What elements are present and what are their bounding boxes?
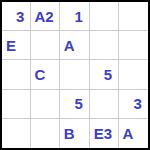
cell-letter xyxy=(90,2,104,30)
cell-letter xyxy=(60,90,74,118)
cell-number xyxy=(16,31,30,59)
cell-letter: B xyxy=(60,119,74,148)
cell-letter xyxy=(90,60,104,88)
cell-number xyxy=(104,2,118,30)
cell-number xyxy=(104,90,118,118)
cell-letter: E xyxy=(2,31,16,59)
cell-number: 5 xyxy=(104,60,118,88)
cell-letter: A xyxy=(31,2,45,30)
cell-number xyxy=(133,31,148,59)
cell-number xyxy=(16,119,30,148)
cell-letter xyxy=(119,2,134,30)
cell-r5c3[interactable]: B xyxy=(60,119,89,148)
cell-r3c2[interactable]: C xyxy=(31,60,60,89)
cell-r5c4[interactable]: E3 xyxy=(90,119,119,148)
cell-number xyxy=(45,31,59,59)
cell-r1c5[interactable] xyxy=(119,2,148,31)
cell-r4c1[interactable] xyxy=(2,90,31,119)
cell-letter: A xyxy=(119,119,134,148)
cell-r4c5[interactable]: 3 xyxy=(119,90,148,119)
cell-r4c3[interactable]: 5 xyxy=(60,90,89,119)
cell-number xyxy=(16,60,30,88)
cell-number xyxy=(74,31,88,59)
cell-number xyxy=(74,119,88,148)
cell-number: 1 xyxy=(74,2,88,30)
cell-letter xyxy=(119,90,134,118)
cell-letter xyxy=(119,60,134,88)
cell-letter: E xyxy=(90,119,104,148)
cell-r3c4[interactable]: 5 xyxy=(90,60,119,89)
cell-r2c2[interactable] xyxy=(31,31,60,60)
cell-number xyxy=(45,90,59,118)
cell-r4c4[interactable] xyxy=(90,90,119,119)
cell-r3c5[interactable] xyxy=(119,60,148,89)
cell-letter xyxy=(31,119,45,148)
cell-r4c2[interactable] xyxy=(31,90,60,119)
cell-number xyxy=(133,2,148,30)
cell-number: 3 xyxy=(104,119,118,148)
cell-letter xyxy=(2,90,16,118)
cell-r3c3[interactable] xyxy=(60,60,89,89)
cell-letter xyxy=(2,119,16,148)
cell-r5c2[interactable] xyxy=(31,119,60,148)
cell-r2c4[interactable] xyxy=(90,31,119,60)
cell-number: 3 xyxy=(16,2,30,30)
cell-r3c1[interactable] xyxy=(2,60,31,89)
cell-r2c1[interactable]: E xyxy=(2,31,31,60)
cell-number: 3 xyxy=(133,90,148,118)
cell-letter xyxy=(31,31,45,59)
cell-r5c1[interactable] xyxy=(2,119,31,148)
cell-number xyxy=(45,60,59,88)
cell-r1c3[interactable]: 1 xyxy=(60,2,89,31)
cell-letter xyxy=(60,2,74,30)
cell-number xyxy=(74,60,88,88)
eulero-board: 3A21EAC553BE3A xyxy=(0,0,150,150)
cell-letter xyxy=(90,90,104,118)
cell-number xyxy=(133,60,148,88)
cell-number: 2 xyxy=(45,2,59,30)
cell-number: 5 xyxy=(74,90,88,118)
cell-letter: A xyxy=(60,31,74,59)
cell-r1c4[interactable] xyxy=(90,2,119,31)
cell-r2c3[interactable]: A xyxy=(60,31,89,60)
cell-number xyxy=(45,119,59,148)
cell-letter xyxy=(2,60,16,88)
cell-r1c1[interactable]: 3 xyxy=(2,2,31,31)
cell-letter: C xyxy=(31,60,45,88)
cell-letter xyxy=(119,31,134,59)
cell-letter xyxy=(2,2,16,30)
cell-r1c2[interactable]: A2 xyxy=(31,2,60,31)
cell-r5c5[interactable]: A xyxy=(119,119,148,148)
cell-r2c5[interactable] xyxy=(119,31,148,60)
cell-number xyxy=(16,90,30,118)
cell-letter xyxy=(60,60,74,88)
cell-letter xyxy=(31,90,45,118)
cell-letter xyxy=(90,31,104,59)
cell-number xyxy=(104,31,118,59)
cell-number xyxy=(133,119,148,148)
